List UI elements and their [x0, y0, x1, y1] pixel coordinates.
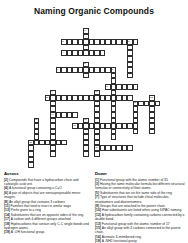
down-clue-list: [1] Functional group with the atomic num…	[95, 178, 185, 243]
across-clues: Across [2] Compounds that have a hydroca…	[0, 171, 93, 243]
clue-number: [16]	[95, 235, 102, 239]
clue-number: [15]	[95, 226, 102, 230]
cell-number: 15	[35, 118, 38, 121]
clue-number: [18]	[4, 222, 11, 226]
clue-number: [5]	[95, 191, 100, 195]
crossword-grid: 12345678910111213141516171819	[28, 28, 160, 168]
cell-number: 9	[51, 90, 52, 93]
clue-number: [13]	[4, 208, 11, 212]
clue-number: [1]	[95, 178, 100, 182]
clue-number: [19]	[4, 230, 11, 234]
clue-item: [18] Hydrocarbons that contain only C-C …	[4, 222, 90, 231]
clue-item: [19] A -OH functional group.	[4, 230, 90, 234]
grid-cell[interactable]	[61, 140, 67, 146]
cell-number: 3	[128, 40, 129, 43]
grid-cell[interactable]	[83, 73, 89, 79]
clue-item: [7] Type of structures that include chir…	[95, 195, 185, 204]
clue-number: [2]	[4, 178, 9, 182]
grid-cell[interactable]	[149, 129, 155, 135]
clue-number: [6]	[4, 191, 9, 195]
clue-number: [3]	[95, 182, 100, 186]
cell-number: 16	[84, 118, 87, 121]
cell-number: 14	[51, 113, 54, 116]
cell-number: 17	[73, 124, 76, 127]
grid-cell[interactable]	[133, 84, 139, 90]
grid-blank	[155, 162, 161, 168]
grid-cell[interactable]	[100, 50, 106, 56]
cell-number: 6	[57, 68, 58, 71]
clue-number: [13]	[95, 222, 102, 226]
cell-number: 5	[84, 62, 85, 65]
clue-item: [6] A pair of objects that are nonsuperp…	[4, 191, 90, 200]
across-heading: Across	[4, 171, 90, 176]
cell-number: 7	[112, 68, 113, 71]
cell-number: 12	[150, 96, 153, 99]
clue-item: [15] An alkyl group with 4 carbons conne…	[95, 226, 185, 235]
clue-number: [14]	[4, 213, 11, 217]
grid-cell[interactable]	[127, 145, 133, 151]
grid-cell[interactable]	[94, 151, 100, 157]
grid-cell[interactable]	[72, 112, 78, 118]
down-clues: Down [1] Functional group with the atomi…	[93, 171, 188, 243]
grid-cell[interactable]	[133, 39, 139, 45]
grid-cell[interactable]	[28, 162, 34, 168]
clue-number: [10]	[95, 208, 102, 212]
cell-number: 8	[106, 85, 107, 88]
grid-cell[interactable]	[155, 101, 161, 107]
clue-number: [7]	[95, 195, 100, 199]
grid-cell[interactable]	[127, 73, 133, 79]
cell-number: 2	[62, 40, 63, 43]
grid-cell[interactable]	[111, 134, 117, 140]
clue-number: [11]	[4, 204, 11, 208]
across-clue-list: [2] Compounds that have a hydrocarbon ch…	[4, 178, 90, 235]
cell-number: 4	[62, 51, 63, 54]
clue-item: [2] Compounds that have a hydrocarbon ch…	[4, 178, 90, 187]
page-title: Naming Organic Compounds	[0, 6, 188, 16]
down-heading: Down	[95, 171, 185, 176]
clue-number: [9]	[95, 204, 100, 208]
cell-number: 18	[29, 141, 32, 144]
cell-number: 1	[84, 29, 85, 32]
cell-number: 10	[95, 90, 98, 93]
grid-cell[interactable]	[83, 151, 89, 157]
clue-number: [8]	[4, 200, 9, 204]
cell-number: 11	[46, 96, 48, 99]
clue-number: [17]	[4, 217, 11, 221]
clue-item: [12] A hydrocarbon family containing car…	[95, 213, 185, 222]
clue-number: [18]	[95, 239, 102, 243]
clue-number: [4]	[4, 186, 9, 190]
clue-item: [3] Having the same molecular formula bu…	[95, 182, 185, 191]
grid-cell[interactable]	[133, 129, 139, 135]
clue-number: [12]	[95, 213, 102, 217]
clue-lists: Across [2] Compounds that have a hydroca…	[0, 171, 188, 243]
cell-number: 19	[95, 146, 98, 149]
cell-number: 13	[134, 101, 137, 104]
clue-item: [18] A -NH2 functional group.	[95, 239, 185, 243]
grid-cell[interactable]	[50, 151, 56, 157]
